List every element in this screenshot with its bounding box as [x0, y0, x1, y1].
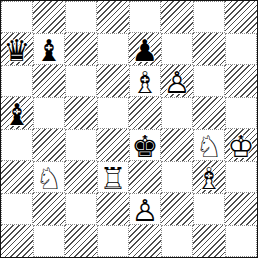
square-b4[interactable] [33, 129, 65, 161]
square-b1[interactable] [33, 225, 65, 257]
square-e1[interactable] [129, 225, 161, 257]
square-f4[interactable] [161, 129, 193, 161]
piece-black-bishop: ♝ [33, 35, 65, 67]
square-h2[interactable] [225, 193, 257, 225]
square-h5[interactable] [225, 97, 257, 129]
square-c1[interactable] [65, 225, 97, 257]
square-a8[interactable] [1, 1, 33, 33]
square-g6[interactable] [193, 65, 225, 97]
square-c7[interactable] [65, 33, 97, 65]
square-e5[interactable] [129, 97, 161, 129]
square-f7[interactable] [161, 33, 193, 65]
piece-white-knight: ♘ [33, 163, 65, 195]
white-knight-fill: ♞ [33, 163, 65, 195]
square-c4[interactable] [65, 129, 97, 161]
white-rook-fill: ♜ [97, 163, 129, 195]
chess-board: ♛♝♟♝♗♟♙♝♚♞♘♚♔♞♘♜♖♝♗♟♙ [0, 0, 258, 258]
square-d7[interactable] [97, 33, 129, 65]
square-c3[interactable] [65, 161, 97, 193]
square-g5[interactable] [193, 97, 225, 129]
square-d4[interactable] [97, 129, 129, 161]
square-d3[interactable]: ♜♖ [97, 161, 129, 193]
square-b3[interactable]: ♞♘ [33, 161, 65, 193]
white-king-fill: ♚ [225, 131, 257, 163]
square-d2[interactable] [97, 193, 129, 225]
square-a4[interactable] [1, 129, 33, 161]
square-f3[interactable] [161, 161, 193, 193]
square-f8[interactable] [161, 1, 193, 33]
square-e2[interactable]: ♟♙ [129, 193, 161, 225]
piece-black-bishop: ♝ [1, 99, 33, 131]
piece-black-pawn: ♟ [129, 35, 161, 67]
square-a3[interactable] [1, 161, 33, 193]
square-a6[interactable] [1, 65, 33, 97]
square-a5[interactable]: ♝ [1, 97, 33, 129]
square-e6[interactable]: ♝♗ [129, 65, 161, 97]
square-d5[interactable] [97, 97, 129, 129]
square-d8[interactable] [97, 1, 129, 33]
square-c2[interactable] [65, 193, 97, 225]
square-a7[interactable]: ♛ [1, 33, 33, 65]
square-e8[interactable] [129, 1, 161, 33]
square-b5[interactable] [33, 97, 65, 129]
square-b7[interactable]: ♝ [33, 33, 65, 65]
square-h6[interactable] [225, 65, 257, 97]
white-pawn-fill: ♟ [161, 67, 193, 99]
square-h3[interactable] [225, 161, 257, 193]
square-h4[interactable]: ♚♔ [225, 129, 257, 161]
square-h7[interactable] [225, 33, 257, 65]
square-g2[interactable] [193, 193, 225, 225]
piece-white-knight: ♘ [193, 131, 225, 163]
square-g7[interactable] [193, 33, 225, 65]
square-d6[interactable] [97, 65, 129, 97]
square-g3[interactable]: ♝♗ [193, 161, 225, 193]
square-c8[interactable] [65, 1, 97, 33]
white-pawn-fill: ♟ [129, 195, 161, 227]
white-knight-fill: ♞ [193, 131, 225, 163]
square-h1[interactable] [225, 225, 257, 257]
square-b2[interactable] [33, 193, 65, 225]
square-a2[interactable] [1, 193, 33, 225]
piece-white-pawn: ♙ [161, 67, 193, 99]
square-e4[interactable]: ♚ [129, 129, 161, 161]
square-h8[interactable] [225, 1, 257, 33]
square-f1[interactable] [161, 225, 193, 257]
square-b8[interactable] [33, 1, 65, 33]
piece-white-bishop: ♗ [193, 163, 225, 195]
piece-black-queen: ♛ [1, 35, 33, 67]
square-f6[interactable]: ♟♙ [161, 65, 193, 97]
piece-white-bishop: ♗ [129, 67, 161, 99]
white-bishop-fill: ♝ [129, 67, 161, 99]
square-e3[interactable] [129, 161, 161, 193]
square-e7[interactable]: ♟ [129, 33, 161, 65]
square-f5[interactable] [161, 97, 193, 129]
square-d1[interactable] [97, 225, 129, 257]
white-bishop-fill: ♝ [193, 163, 225, 195]
piece-white-king: ♔ [225, 131, 257, 163]
square-c5[interactable] [65, 97, 97, 129]
piece-white-rook: ♖ [97, 163, 129, 195]
square-g1[interactable] [193, 225, 225, 257]
piece-black-king: ♚ [129, 131, 161, 163]
square-c6[interactable] [65, 65, 97, 97]
square-b6[interactable] [33, 65, 65, 97]
piece-white-pawn: ♙ [129, 195, 161, 227]
square-a1[interactable] [1, 225, 33, 257]
square-g4[interactable]: ♞♘ [193, 129, 225, 161]
square-g8[interactable] [193, 1, 225, 33]
square-f2[interactable] [161, 193, 193, 225]
